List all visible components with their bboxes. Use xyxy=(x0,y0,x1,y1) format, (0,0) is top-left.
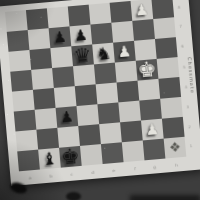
square-c4[interactable] xyxy=(54,86,77,108)
square-f4[interactable] xyxy=(117,81,140,103)
file-label-b: b xyxy=(50,173,53,178)
square-h6[interactable] xyxy=(155,37,178,59)
square-f7[interactable] xyxy=(111,21,134,43)
square-e2[interactable] xyxy=(99,122,122,144)
square-a5[interactable] xyxy=(10,70,33,92)
square-c5[interactable] xyxy=(52,66,75,88)
rank-label-8: 8 xyxy=(178,4,181,9)
rank-label-1: 1 xyxy=(190,144,193,149)
file-label-c: c xyxy=(71,171,74,176)
square-h2[interactable] xyxy=(162,117,185,139)
background-shadow-bottom-right xyxy=(130,195,200,200)
square-a3[interactable] xyxy=(14,110,37,132)
square-c7[interactable] xyxy=(49,26,72,48)
square-d2[interactable] xyxy=(78,124,101,146)
square-f5[interactable] xyxy=(115,61,138,83)
file-label-e: e xyxy=(113,168,116,173)
square-e4[interactable] xyxy=(96,82,119,104)
square-a4[interactable] xyxy=(12,90,35,112)
square-c1[interactable] xyxy=(59,146,82,168)
square-h5[interactable] xyxy=(157,57,180,79)
square-f8[interactable] xyxy=(110,1,133,23)
square-b8[interactable] xyxy=(26,8,49,30)
square-b6[interactable] xyxy=(29,48,52,70)
square-g4[interactable] xyxy=(138,79,161,101)
square-c3[interactable] xyxy=(56,106,79,128)
square-c8[interactable] xyxy=(47,6,70,28)
file-label-f: f xyxy=(134,166,136,171)
file-label-h: h xyxy=(175,162,178,167)
square-d6[interactable] xyxy=(71,44,94,66)
square-h4[interactable] xyxy=(158,77,181,99)
square-a6[interactable] xyxy=(8,50,31,72)
square-f2[interactable] xyxy=(120,121,143,143)
square-e7[interactable] xyxy=(90,23,113,45)
square-b1[interactable] xyxy=(38,148,61,170)
square-e5[interactable] xyxy=(94,63,117,85)
square-g2[interactable] xyxy=(141,119,164,141)
square-b3[interactable] xyxy=(35,108,58,130)
square-b5[interactable] xyxy=(31,68,54,90)
square-g1[interactable] xyxy=(143,139,166,161)
square-b2[interactable] xyxy=(36,128,59,150)
square-e3[interactable] xyxy=(97,102,120,124)
square-a1[interactable] xyxy=(17,150,40,172)
square-c6[interactable] xyxy=(50,46,73,68)
board-grid xyxy=(5,0,186,171)
square-d5[interactable] xyxy=(73,64,96,86)
square-g3[interactable] xyxy=(139,99,162,121)
square-b4[interactable] xyxy=(33,88,56,110)
chessboard-photo: ♟♟♟♛♞♟♚♟♟♝♚❖ abcdefgh 87654321 Chessmate xyxy=(0,0,200,200)
square-e8[interactable] xyxy=(89,3,112,25)
square-a7[interactable] xyxy=(7,30,30,52)
square-f6[interactable] xyxy=(113,41,136,63)
square-f3[interactable] xyxy=(118,101,141,123)
square-d1[interactable] xyxy=(80,144,103,166)
square-h8[interactable] xyxy=(151,0,174,19)
file-label-g: g xyxy=(154,164,157,169)
square-d3[interactable] xyxy=(76,104,99,126)
square-h3[interactable] xyxy=(160,97,183,119)
dark-smudge-bottom xyxy=(66,192,81,200)
square-a2[interactable] xyxy=(15,130,38,152)
file-label-d: d xyxy=(92,169,95,174)
square-f1[interactable] xyxy=(122,140,145,162)
square-e1[interactable] xyxy=(101,142,124,164)
square-g6[interactable] xyxy=(134,39,157,61)
square-h1[interactable] xyxy=(164,137,187,159)
square-h7[interactable] xyxy=(153,17,176,39)
square-g8[interactable] xyxy=(131,0,154,21)
square-e6[interactable] xyxy=(92,43,115,65)
square-a8[interactable] xyxy=(5,10,28,32)
square-g5[interactable] xyxy=(136,59,159,81)
square-d4[interactable] xyxy=(75,84,98,106)
square-d7[interactable] xyxy=(70,25,93,47)
square-g7[interactable] xyxy=(132,19,155,41)
chess-board: ♟♟♟♛♞♟♚♟♟♝♚❖ abcdefgh 87654321 Chessmate xyxy=(0,0,200,186)
square-d8[interactable] xyxy=(68,5,91,27)
file-label-a: a xyxy=(29,175,32,180)
square-b7[interactable] xyxy=(28,28,51,50)
square-c2[interactable] xyxy=(57,126,80,148)
